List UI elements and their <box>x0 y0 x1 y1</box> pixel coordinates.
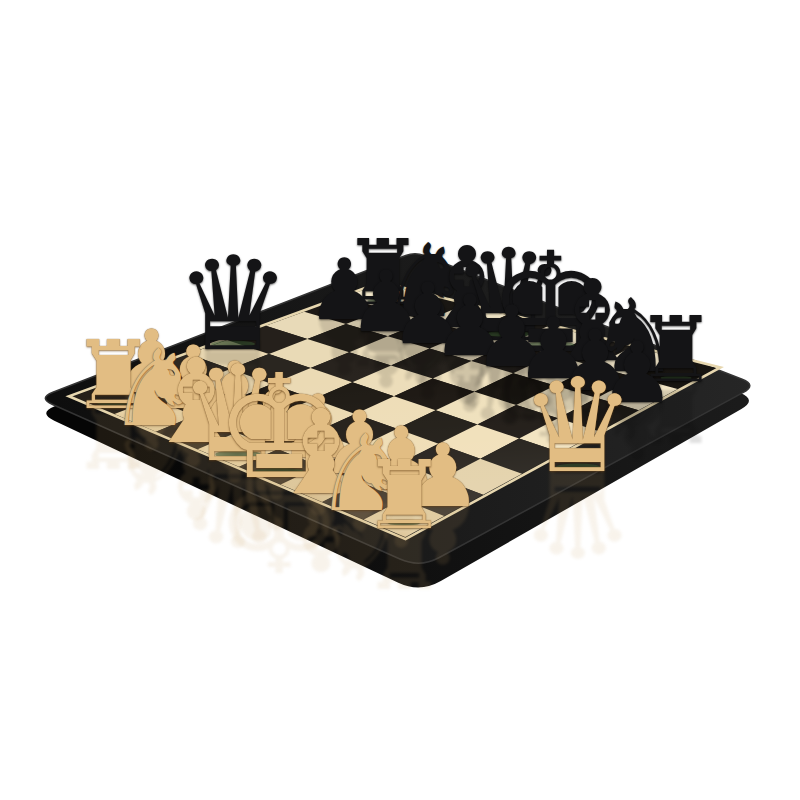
piece-extra-white-queen[interactable]: ♛ <box>520 362 637 492</box>
piece-white-rook-h1[interactable]: ♜ <box>362 448 447 542</box>
product-photo-stage: ♜♜♞♞♟♟♝♝♟♟♛♛♟♟♛♛♚♚♟♟♝♝♟♟♞♞♟♟♜♜♟♟♟♟♟♟♜♜♟♟… <box>0 0 800 800</box>
